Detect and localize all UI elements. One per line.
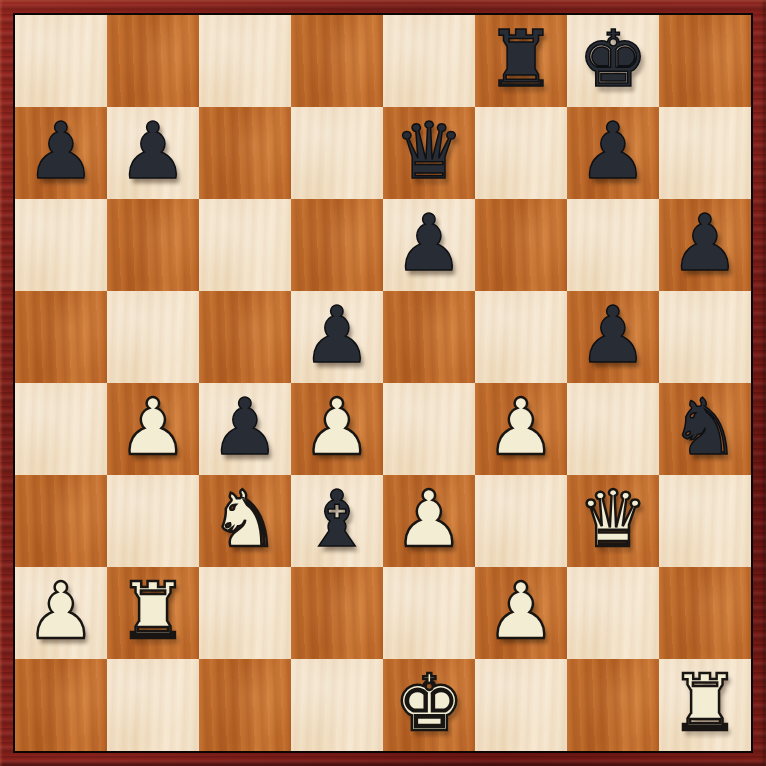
white-queen[interactable]: ♛ xyxy=(578,480,648,558)
square-d6[interactable] xyxy=(291,199,383,291)
square-g6[interactable] xyxy=(567,199,659,291)
square-g4[interactable] xyxy=(567,383,659,475)
black-bishop[interactable]: ♝ xyxy=(302,480,372,558)
square-c6[interactable] xyxy=(199,199,291,291)
square-f8[interactable]: ♜ xyxy=(475,15,567,107)
square-a2[interactable]: ♟ xyxy=(15,567,107,659)
square-a5[interactable] xyxy=(15,291,107,383)
square-b8[interactable] xyxy=(107,15,199,107)
square-e7[interactable]: ♛ xyxy=(383,107,475,199)
white-rook[interactable]: ♜ xyxy=(118,572,188,650)
black-pawn[interactable]: ♟ xyxy=(670,204,740,282)
square-a6[interactable] xyxy=(15,199,107,291)
square-c4[interactable]: ♟ xyxy=(199,383,291,475)
square-d4[interactable]: ♟ xyxy=(291,383,383,475)
square-d2[interactable] xyxy=(291,567,383,659)
black-queen[interactable]: ♛ xyxy=(394,112,464,190)
black-pawn[interactable]: ♟ xyxy=(118,112,188,190)
square-b4[interactable]: ♟ xyxy=(107,383,199,475)
square-c3[interactable]: ♞ xyxy=(199,475,291,567)
square-d8[interactable] xyxy=(291,15,383,107)
square-a8[interactable] xyxy=(15,15,107,107)
square-c1[interactable] xyxy=(199,659,291,751)
square-h4[interactable]: ♞ xyxy=(659,383,751,475)
square-f6[interactable] xyxy=(475,199,567,291)
square-f5[interactable] xyxy=(475,291,567,383)
square-f1[interactable] xyxy=(475,659,567,751)
square-h7[interactable] xyxy=(659,107,751,199)
white-pawn[interactable]: ♟ xyxy=(302,388,372,466)
square-g5[interactable]: ♟ xyxy=(567,291,659,383)
black-pawn[interactable]: ♟ xyxy=(578,112,648,190)
chess-board: ♜♚♟♟♛♟♟♟♟♟♟♟♟♟♞♞♝♟♛♟♜♟♚♜ xyxy=(13,13,753,753)
black-pawn[interactable]: ♟ xyxy=(26,112,96,190)
square-b7[interactable]: ♟ xyxy=(107,107,199,199)
square-c8[interactable] xyxy=(199,15,291,107)
square-e8[interactable] xyxy=(383,15,475,107)
white-rook[interactable]: ♜ xyxy=(670,664,740,742)
square-h1[interactable]: ♜ xyxy=(659,659,751,751)
white-pawn[interactable]: ♟ xyxy=(394,480,464,558)
square-c5[interactable] xyxy=(199,291,291,383)
black-pawn[interactable]: ♟ xyxy=(394,204,464,282)
square-a7[interactable]: ♟ xyxy=(15,107,107,199)
black-pawn[interactable]: ♟ xyxy=(210,388,280,466)
black-pawn[interactable]: ♟ xyxy=(302,296,372,374)
white-pawn[interactable]: ♟ xyxy=(486,388,556,466)
square-b2[interactable]: ♜ xyxy=(107,567,199,659)
square-g3[interactable]: ♛ xyxy=(567,475,659,567)
square-g1[interactable] xyxy=(567,659,659,751)
square-b6[interactable] xyxy=(107,199,199,291)
square-a4[interactable] xyxy=(15,383,107,475)
black-king[interactable]: ♚ xyxy=(578,20,648,98)
white-pawn[interactable]: ♟ xyxy=(486,572,556,650)
black-rook[interactable]: ♜ xyxy=(486,20,556,98)
square-d3[interactable]: ♝ xyxy=(291,475,383,567)
square-h8[interactable] xyxy=(659,15,751,107)
square-h6[interactable]: ♟ xyxy=(659,199,751,291)
square-h3[interactable] xyxy=(659,475,751,567)
square-e5[interactable] xyxy=(383,291,475,383)
square-g2[interactable] xyxy=(567,567,659,659)
square-h5[interactable] xyxy=(659,291,751,383)
square-a1[interactable] xyxy=(15,659,107,751)
white-pawn[interactable]: ♟ xyxy=(26,572,96,650)
square-a3[interactable] xyxy=(15,475,107,567)
square-f3[interactable] xyxy=(475,475,567,567)
board-frame: ♜♚♟♟♛♟♟♟♟♟♟♟♟♟♞♞♝♟♛♟♜♟♚♜ xyxy=(0,0,766,766)
square-g7[interactable]: ♟ xyxy=(567,107,659,199)
square-f4[interactable]: ♟ xyxy=(475,383,567,475)
square-e3[interactable]: ♟ xyxy=(383,475,475,567)
square-f2[interactable]: ♟ xyxy=(475,567,567,659)
square-b5[interactable] xyxy=(107,291,199,383)
square-c7[interactable] xyxy=(199,107,291,199)
white-knight[interactable]: ♞ xyxy=(210,480,280,558)
black-knight[interactable]: ♞ xyxy=(670,388,740,466)
square-e6[interactable]: ♟ xyxy=(383,199,475,291)
white-king[interactable]: ♚ xyxy=(394,664,464,742)
square-h2[interactable] xyxy=(659,567,751,659)
square-c2[interactable] xyxy=(199,567,291,659)
square-d1[interactable] xyxy=(291,659,383,751)
square-f7[interactable] xyxy=(475,107,567,199)
square-e2[interactable] xyxy=(383,567,475,659)
square-b3[interactable] xyxy=(107,475,199,567)
black-pawn[interactable]: ♟ xyxy=(578,296,648,374)
square-d7[interactable] xyxy=(291,107,383,199)
square-d5[interactable]: ♟ xyxy=(291,291,383,383)
square-g8[interactable]: ♚ xyxy=(567,15,659,107)
square-e1[interactable]: ♚ xyxy=(383,659,475,751)
square-b1[interactable] xyxy=(107,659,199,751)
white-pawn[interactable]: ♟ xyxy=(118,388,188,466)
square-e4[interactable] xyxy=(383,383,475,475)
